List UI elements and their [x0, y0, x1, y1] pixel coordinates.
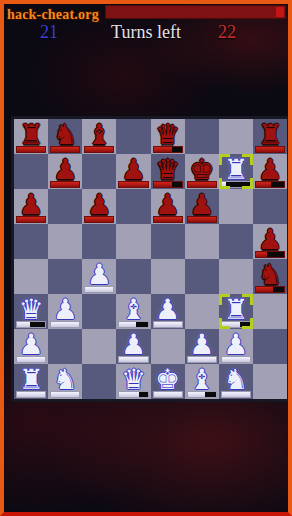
health-bar-c6	[84, 216, 114, 223]
square-a4[interactable]	[14, 259, 48, 294]
health-bar-f1	[187, 391, 217, 398]
square-e7[interactable]: ♛	[151, 154, 185, 189]
health-bar-d1	[118, 391, 148, 398]
square-h1[interactable]	[253, 364, 287, 399]
square-b3[interactable]: ♟	[48, 294, 82, 329]
square-a7[interactable]	[14, 154, 48, 189]
health-bar-d7	[118, 181, 148, 188]
health-bar-e8	[153, 146, 183, 153]
square-g4[interactable]	[219, 259, 253, 294]
top-red-bar	[105, 5, 286, 19]
square-f1[interactable]: ♝	[185, 364, 219, 399]
health-bar-a8	[16, 146, 46, 153]
square-e6[interactable]: ♟	[151, 189, 185, 224]
health-bar-g7	[221, 181, 251, 188]
square-b5[interactable]	[48, 224, 82, 259]
health-bar-a6	[16, 216, 46, 223]
square-b8[interactable]: ♞	[48, 119, 82, 154]
app-screen: hack-cheat.org 21 Turns left 22 ♜♞♝♛♜♟♟♛…	[0, 0, 292, 516]
square-d8[interactable]	[116, 119, 150, 154]
square-h4[interactable]: ♞	[253, 259, 287, 294]
health-bar-h5	[255, 251, 285, 258]
square-c8[interactable]: ♝	[82, 119, 116, 154]
square-e5[interactable]	[151, 224, 185, 259]
health-bar-b7	[50, 181, 80, 188]
square-d7[interactable]: ♟	[116, 154, 150, 189]
health-bar-d3	[118, 321, 148, 328]
watermark-text: hack-cheat.org	[7, 7, 99, 23]
health-bar-e7	[153, 181, 183, 188]
health-bar-h4	[255, 286, 285, 293]
square-b6[interactable]	[48, 189, 82, 224]
health-bar-h7	[255, 181, 285, 188]
health-bar-a1	[16, 391, 46, 398]
square-g8[interactable]	[219, 119, 253, 154]
square-d5[interactable]	[116, 224, 150, 259]
square-g7[interactable]: ♜	[219, 154, 253, 189]
health-bar-f6	[187, 216, 217, 223]
health-bar-e1	[153, 391, 183, 398]
health-bar-b8	[50, 146, 80, 153]
square-a3[interactable]: ♛	[14, 294, 48, 329]
square-h5[interactable]: ♟	[253, 224, 287, 259]
square-c1[interactable]	[82, 364, 116, 399]
square-h2[interactable]	[253, 329, 287, 364]
square-c7[interactable]	[82, 154, 116, 189]
square-b1[interactable]: ♞	[48, 364, 82, 399]
square-e1[interactable]: ♚	[151, 364, 185, 399]
health-bar-f2	[187, 356, 217, 363]
square-h6[interactable]	[253, 189, 287, 224]
health-bar-h8	[255, 146, 285, 153]
square-b2[interactable]	[48, 329, 82, 364]
health-bar-d2	[118, 356, 148, 363]
health-bar-a2	[16, 356, 46, 363]
health-bar-g1	[221, 391, 251, 398]
square-d2[interactable]: ♟	[116, 329, 150, 364]
square-e4[interactable]	[151, 259, 185, 294]
square-c5[interactable]	[82, 224, 116, 259]
turns-header: 21 Turns left 22	[4, 22, 288, 44]
health-bar-e3	[153, 321, 183, 328]
health-bar-f7	[187, 181, 217, 188]
top-red-bar-tip	[276, 7, 284, 17]
square-h7[interactable]: ♟	[253, 154, 287, 189]
square-f4[interactable]	[185, 259, 219, 294]
square-h8[interactable]: ♜	[253, 119, 287, 154]
health-bar-c4	[84, 286, 114, 293]
square-c4[interactable]: ♟	[82, 259, 116, 294]
square-a5[interactable]	[14, 224, 48, 259]
health-bar-e6	[153, 216, 183, 223]
square-f6[interactable]: ♟	[185, 189, 219, 224]
square-d1[interactable]: ♛	[116, 364, 150, 399]
square-a1[interactable]: ♜	[14, 364, 48, 399]
square-g1[interactable]: ♞	[219, 364, 253, 399]
square-e3[interactable]: ♟	[151, 294, 185, 329]
square-b7[interactable]: ♟	[48, 154, 82, 189]
health-bar-b1	[50, 391, 80, 398]
square-b4[interactable]	[48, 259, 82, 294]
square-g2[interactable]: ♟	[219, 329, 253, 364]
square-a2[interactable]: ♟	[14, 329, 48, 364]
square-d4[interactable]	[116, 259, 150, 294]
square-d6[interactable]	[116, 189, 150, 224]
square-c6[interactable]: ♟	[82, 189, 116, 224]
health-bar-a3	[16, 321, 46, 328]
square-f2[interactable]: ♟	[185, 329, 219, 364]
square-f8[interactable]	[185, 119, 219, 154]
square-f3[interactable]	[185, 294, 219, 329]
board: ♜♞♝♛♜♟♟♛♚♜♟♟♟♟♟♟♟♞♛♟♝♟♜♟♟♟♟♜♞♛♚♝♞	[11, 116, 290, 402]
health-bar-c8	[84, 146, 114, 153]
turns-left-label: Turns left	[4, 22, 288, 43]
health-bar-b3	[50, 321, 80, 328]
square-f7[interactable]: ♚	[185, 154, 219, 189]
square-g6[interactable]	[219, 189, 253, 224]
square-c2[interactable]	[82, 329, 116, 364]
health-bar-g2	[221, 356, 251, 363]
square-g5[interactable]	[219, 224, 253, 259]
square-f5[interactable]	[185, 224, 219, 259]
health-bar-g3	[221, 321, 251, 328]
red-turns-counter: 22	[218, 22, 236, 43]
square-a6[interactable]: ♟	[14, 189, 48, 224]
square-d3[interactable]: ♝	[116, 294, 150, 329]
square-h3[interactable]	[253, 294, 287, 329]
square-e2[interactable]	[151, 329, 185, 364]
square-e8[interactable]: ♛	[151, 119, 185, 154]
square-g3[interactable]: ♜	[219, 294, 253, 329]
square-a8[interactable]: ♜	[14, 119, 48, 154]
square-c3[interactable]	[82, 294, 116, 329]
